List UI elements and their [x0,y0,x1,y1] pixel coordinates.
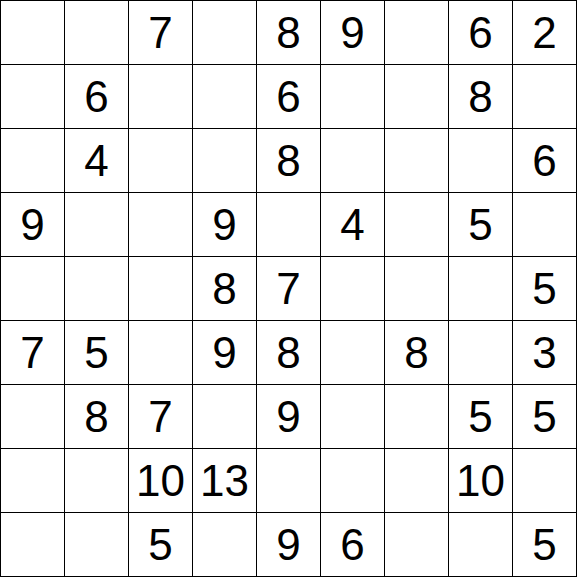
cell-r2c8-clue: 8 [449,65,512,128]
cell-r7c3-clue: 7 [129,385,192,448]
cell-r7c8-clue: 5 [449,385,512,448]
cell-r9c7[interactable] [385,513,448,576]
cell-r5c3[interactable] [129,257,192,320]
cell-r3c2-clue: 4 [65,129,128,192]
cell-r5c9-clue: 5 [513,257,576,320]
cell-r7c4[interactable] [193,385,256,448]
cell-r5c4-clue: 8 [193,257,256,320]
cell-r5c5-clue: 7 [257,257,320,320]
cell-r9c2[interactable] [65,513,128,576]
cell-r3c4[interactable] [193,129,256,192]
cell-r8c4-clue: 13 [193,449,256,512]
cell-r9c5-clue: 9 [257,513,320,576]
cell-r7c7[interactable] [385,385,448,448]
cell-r3c9-clue: 6 [513,129,576,192]
cell-r2c3[interactable] [129,65,192,128]
cell-r7c6[interactable] [321,385,384,448]
cell-r7c5-clue: 9 [257,385,320,448]
cell-r6c3[interactable] [129,321,192,384]
cell-r3c6[interactable] [321,129,384,192]
cell-r6c5-clue: 8 [257,321,320,384]
cell-r1c2[interactable] [65,1,128,64]
cell-r5c6[interactable] [321,257,384,320]
cell-r6c1-clue: 7 [1,321,64,384]
cell-r5c7[interactable] [385,257,448,320]
puzzle-board: 789626684869945875759883879551013105965 [0,0,577,577]
cell-r8c1[interactable] [1,449,64,512]
cell-r8c8-clue: 10 [449,449,512,512]
cell-r6c6[interactable] [321,321,384,384]
cell-r5c1[interactable] [1,257,64,320]
cell-r9c3-clue: 5 [129,513,192,576]
cell-r5c2[interactable] [65,257,128,320]
cell-r9c6-clue: 6 [321,513,384,576]
cell-r1c4[interactable] [193,1,256,64]
cell-r7c1[interactable] [1,385,64,448]
cell-r8c3-clue: 10 [129,449,192,512]
cell-r8c7[interactable] [385,449,448,512]
cell-r4c9[interactable] [513,193,576,256]
cell-r6c2-clue: 5 [65,321,128,384]
cell-r4c1-clue: 9 [1,193,64,256]
cell-r3c3[interactable] [129,129,192,192]
cell-r1c7[interactable] [385,1,448,64]
cell-r1c6-clue: 9 [321,1,384,64]
cell-r1c5-clue: 8 [257,1,320,64]
puzzle-page: 789626684869945875759883879551013105965 [0,0,577,577]
cell-r9c9-clue: 5 [513,513,576,576]
cell-r7c2-clue: 8 [65,385,128,448]
cell-r4c4-clue: 9 [193,193,256,256]
cell-r2c5-clue: 6 [257,65,320,128]
cell-r4c8-clue: 5 [449,193,512,256]
cell-r4c5[interactable] [257,193,320,256]
cell-r3c5-clue: 8 [257,129,320,192]
cell-r8c2[interactable] [65,449,128,512]
cell-r9c4[interactable] [193,513,256,576]
cell-r9c1[interactable] [1,513,64,576]
cell-r8c6[interactable] [321,449,384,512]
cell-r1c8-clue: 6 [449,1,512,64]
cell-r5c8[interactable] [449,257,512,320]
cell-r4c3[interactable] [129,193,192,256]
cell-r6c9-clue: 3 [513,321,576,384]
cell-r2c2-clue: 6 [65,65,128,128]
cell-r9c8[interactable] [449,513,512,576]
cell-r2c7[interactable] [385,65,448,128]
cell-r6c4-clue: 9 [193,321,256,384]
cell-r1c9-clue: 2 [513,1,576,64]
cell-r1c1[interactable] [1,1,64,64]
cell-r8c5[interactable] [257,449,320,512]
cell-r1c3-clue: 7 [129,1,192,64]
cell-r2c4[interactable] [193,65,256,128]
cell-r6c7-clue: 8 [385,321,448,384]
cell-r4c2[interactable] [65,193,128,256]
cell-r2c1[interactable] [1,65,64,128]
cell-r6c8[interactable] [449,321,512,384]
cell-r3c7[interactable] [385,129,448,192]
cell-r2c9[interactable] [513,65,576,128]
cell-r3c8[interactable] [449,129,512,192]
cell-r4c7[interactable] [385,193,448,256]
cell-r8c9[interactable] [513,449,576,512]
cell-r7c9-clue: 5 [513,385,576,448]
cell-r2c6[interactable] [321,65,384,128]
cell-r3c1[interactable] [1,129,64,192]
cell-r4c6-clue: 4 [321,193,384,256]
